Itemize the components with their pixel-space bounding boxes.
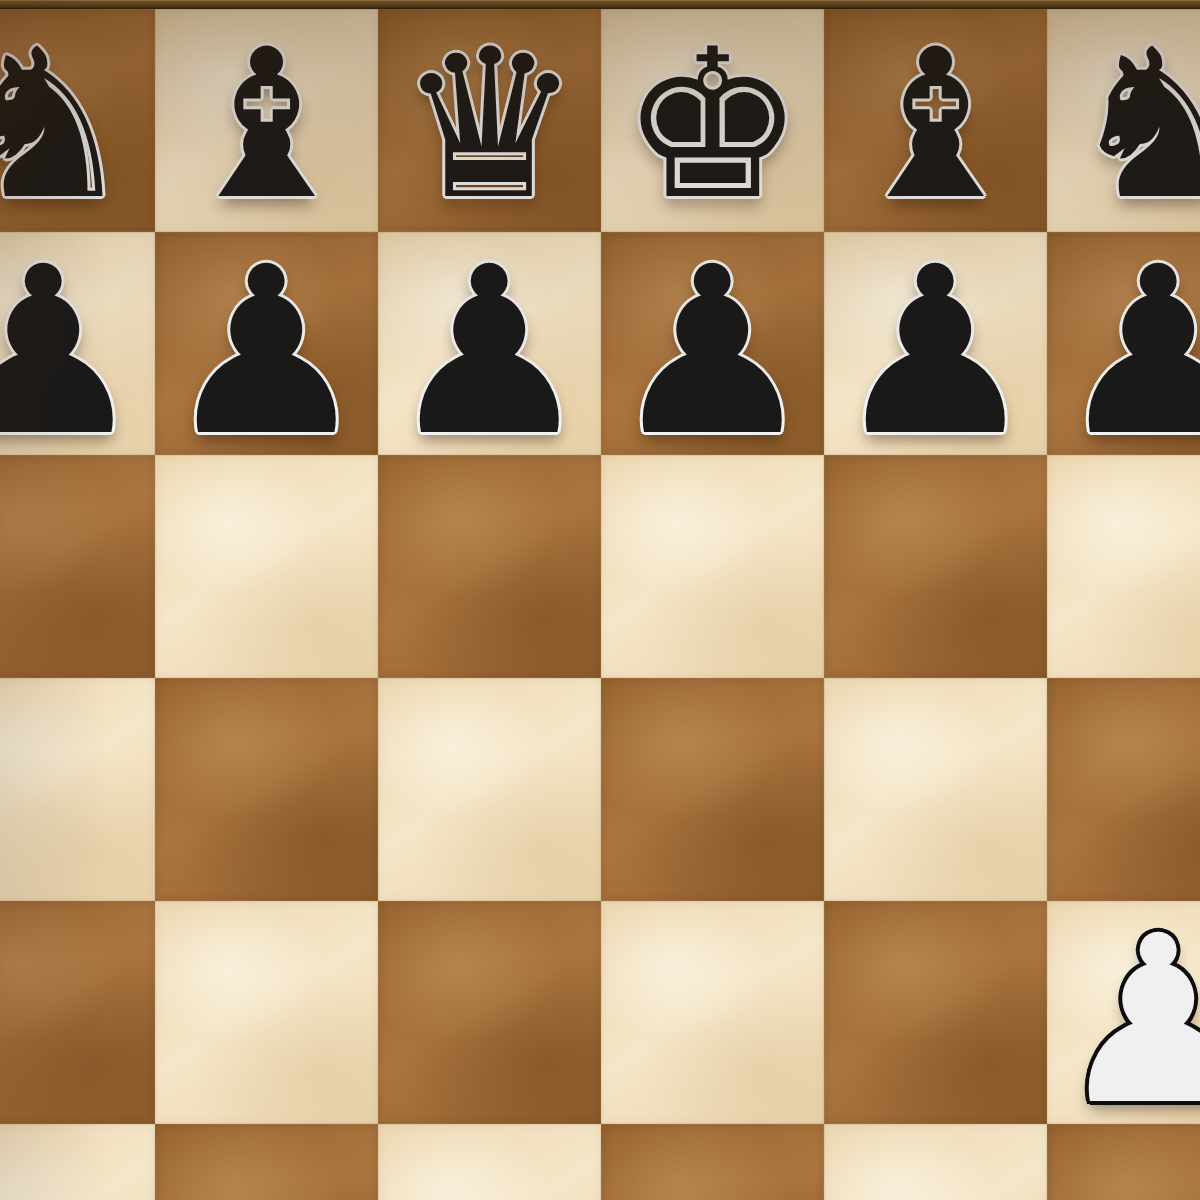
square-b6[interactable] [0,455,155,678]
black-knight-b8[interactable]: ♞ [0,22,136,228]
black-pawn-b7[interactable]: ♟ [0,236,147,468]
square-f8[interactable]: ♝ [824,9,1047,232]
square-e4[interactable] [601,901,824,1124]
square-d4[interactable] [378,901,601,1124]
black-pawn-c7[interactable]: ♟ [163,236,371,468]
black-pawn-g7[interactable]: ♟ [1055,236,1200,468]
black-bishop-f8[interactable]: ♝ [843,22,1028,228]
square-f4[interactable] [824,901,1047,1124]
square-e3[interactable] [601,1124,824,1200]
square-d7[interactable]: ♟ [378,232,601,455]
square-d3[interactable] [378,1124,601,1200]
square-g4[interactable]: ♟ [1047,901,1200,1124]
square-f6[interactable] [824,455,1047,678]
square-e6[interactable] [601,455,824,678]
square-c3[interactable] [155,1124,378,1200]
square-g8[interactable]: ♞ [1047,9,1200,232]
square-c4[interactable] [155,901,378,1124]
square-f5[interactable] [824,678,1047,901]
square-d6[interactable] [378,455,601,678]
black-pawn-f7[interactable]: ♟ [832,236,1040,468]
square-f7[interactable]: ♟ [824,232,1047,455]
square-c5[interactable] [155,678,378,901]
square-c8[interactable]: ♝ [155,9,378,232]
square-g6[interactable] [1047,455,1200,678]
square-f3[interactable] [824,1124,1047,1200]
square-d5[interactable] [378,678,601,901]
chess-board: ♞♝♛♚♝♞♟♟♟♟♟♟♟ [0,9,1200,1200]
square-d8[interactable]: ♛ [378,9,601,232]
square-b7[interactable]: ♟ [0,232,155,455]
square-g7[interactable]: ♟ [1047,232,1200,455]
black-pawn-d7[interactable]: ♟ [386,236,594,468]
black-pawn-e7[interactable]: ♟ [609,236,817,468]
square-c6[interactable] [155,455,378,678]
square-b3[interactable] [0,1124,155,1200]
black-knight-g8[interactable]: ♞ [1066,22,1200,228]
square-g3[interactable] [1047,1124,1200,1200]
chess-board-photo: ♞♝♛♚♝♞♟♟♟♟♟♟♟ [0,0,1200,1200]
square-b4[interactable] [0,901,155,1124]
square-e5[interactable] [601,678,824,901]
black-king-e8[interactable]: ♚ [620,22,805,228]
board-frame-top-edge [0,0,1200,9]
square-e8[interactable]: ♚ [601,9,824,232]
black-queen-d8[interactable]: ♛ [397,22,582,228]
black-bishop-c8[interactable]: ♝ [174,22,359,228]
square-c7[interactable]: ♟ [155,232,378,455]
square-g5[interactable] [1047,678,1200,901]
square-b8[interactable]: ♞ [0,9,155,232]
square-e7[interactable]: ♟ [601,232,824,455]
square-b5[interactable] [0,678,155,901]
white-pawn-g4[interactable]: ♟ [1055,905,1200,1137]
